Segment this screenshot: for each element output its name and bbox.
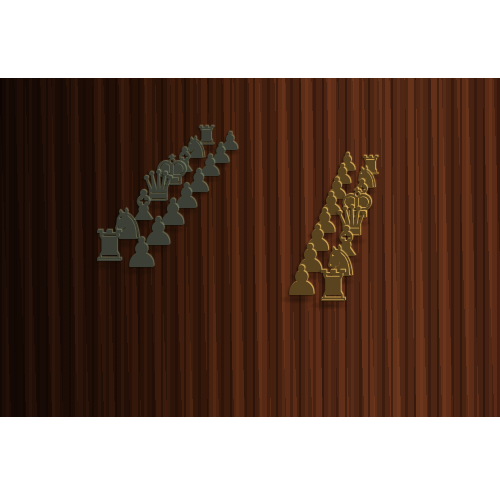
square-a4 <box>217 274 261 304</box>
square-h4 <box>286 157 316 174</box>
square-c5 <box>212 228 252 253</box>
square-b4 <box>230 252 271 279</box>
square-d5 <box>224 210 262 233</box>
piece-white-rook-a1: ♜ <box>314 265 353 308</box>
square-f4 <box>271 183 304 203</box>
square-f6 <box>219 175 254 194</box>
top-white-margin <box>0 0 500 78</box>
page: ♜♞♝♛♚♝♞♜♟♟♟♟♟♟♟♟♟♟♟♟♟♟♟♟♜♞♝♛♚♝♞♜ <box>0 0 500 500</box>
square-e4 <box>262 198 297 219</box>
square-e5 <box>235 194 271 215</box>
bottom-white-margin <box>0 417 500 500</box>
square-d4 <box>252 215 289 238</box>
square-e6 <box>208 189 245 210</box>
square-b5 <box>199 247 242 274</box>
square-g6 <box>229 161 262 179</box>
product-photo: ♜♞♝♛♚♝♞♜♟♟♟♟♟♟♟♟♟♟♟♟♟♟♟♟♜♞♝♛♚♝♞♜ <box>0 78 500 417</box>
square-h6 <box>239 149 271 166</box>
piece-black-pawn-a7: ♟ <box>123 233 160 274</box>
square-a5 <box>184 268 230 297</box>
square-c4 <box>242 233 281 258</box>
square-g4 <box>279 170 310 188</box>
square-g5 <box>254 165 286 183</box>
square-h5 <box>263 153 294 170</box>
square-f5 <box>245 179 279 198</box>
